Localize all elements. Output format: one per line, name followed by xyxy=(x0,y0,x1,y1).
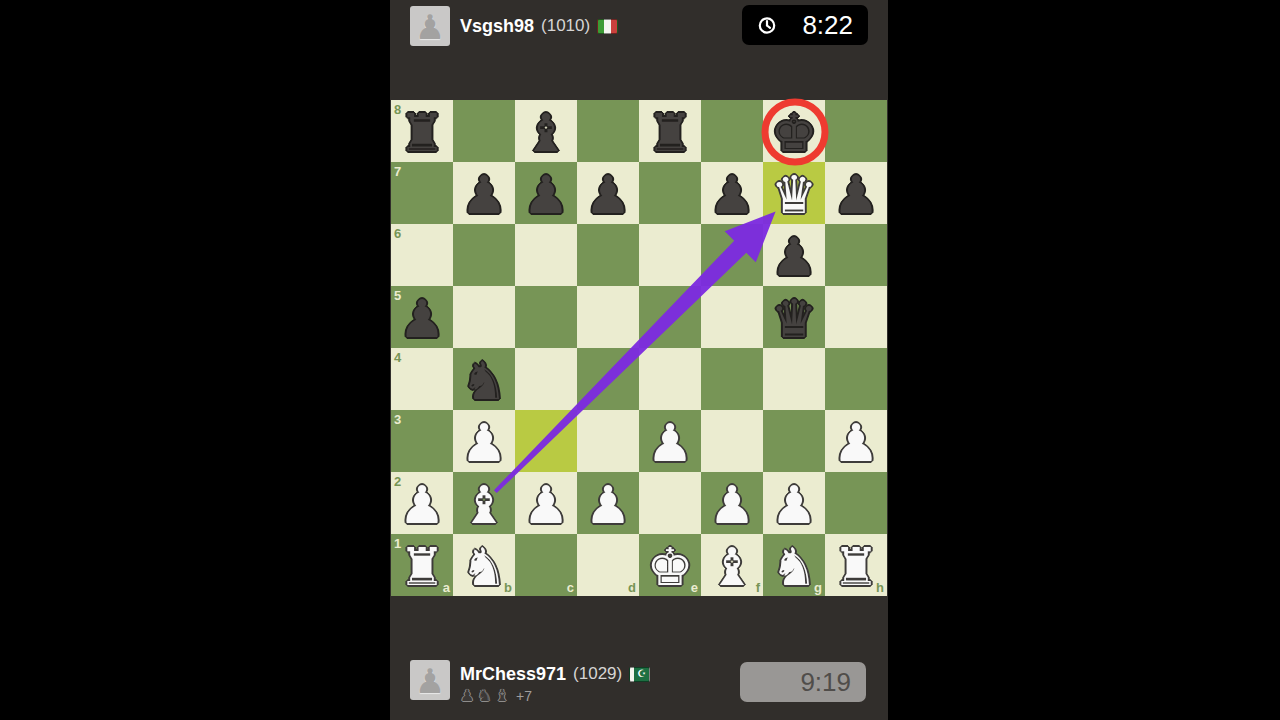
square-f2[interactable]: ♟ xyxy=(701,472,763,534)
piece-wn-b1: ♞ xyxy=(453,534,515,596)
piece-wr-a1: ♜ xyxy=(391,534,453,596)
chess-board: 8♜♝♜♚7♟♟♟♟♛♟6♟5♟♛4♞3♟♟♟2♟♝♟♟♟♟1a♜b♞cde♚f… xyxy=(391,100,887,596)
square-e8[interactable]: ♜ xyxy=(639,100,701,162)
square-a6[interactable]: 6 xyxy=(391,224,453,286)
player-rating: (1029) xyxy=(573,664,622,684)
square-c2[interactable]: ♟ xyxy=(515,472,577,534)
square-g1[interactable]: g♞ xyxy=(763,534,825,596)
square-d7[interactable]: ♟ xyxy=(577,162,639,224)
piece-wr-h1: ♜ xyxy=(825,534,887,596)
captured-piece-icon: ♞ xyxy=(477,687,491,705)
flag-pakistan-icon: ☪ xyxy=(629,667,650,682)
piece-wp-d2: ♟ xyxy=(577,472,639,534)
square-f4[interactable] xyxy=(701,348,763,410)
piece-bp-c7: ♟ xyxy=(515,162,577,224)
screen: ♟ Vsgsh98 (1010) 8:22 8♜♝♜♚7♟♟♟♟♛♟6♟5♟♛4… xyxy=(0,0,1280,720)
square-a2[interactable]: 2♟ xyxy=(391,472,453,534)
file-label-d: d xyxy=(628,580,636,595)
piece-wp-a2: ♟ xyxy=(391,472,453,534)
square-b4[interactable]: ♞ xyxy=(453,348,515,410)
square-g8[interactable]: ♚ xyxy=(763,100,825,162)
square-f3[interactable] xyxy=(701,410,763,472)
captured-piece-icon: ♟ xyxy=(460,687,474,705)
square-h4[interactable] xyxy=(825,348,887,410)
square-g6[interactable]: ♟ xyxy=(763,224,825,286)
square-e1[interactable]: e♚ xyxy=(639,534,701,596)
player-clock: 9:19 xyxy=(740,662,866,702)
square-e5[interactable] xyxy=(639,286,701,348)
square-g3[interactable] xyxy=(763,410,825,472)
piece-bk-g8: ♚ xyxy=(763,100,825,162)
square-f6[interactable] xyxy=(701,224,763,286)
square-g5[interactable]: ♛ xyxy=(763,286,825,348)
piece-bp-d7: ♟ xyxy=(577,162,639,224)
opponent-clock: 8:22 xyxy=(742,5,868,45)
square-c1[interactable]: c xyxy=(515,534,577,596)
square-b6[interactable] xyxy=(453,224,515,286)
square-c8[interactable]: ♝ xyxy=(515,100,577,162)
square-g2[interactable]: ♟ xyxy=(763,472,825,534)
rank-label-4: 4 xyxy=(394,350,401,365)
piece-wb-f1: ♝ xyxy=(701,534,763,596)
piece-bp-a5: ♟ xyxy=(391,286,453,348)
square-a7[interactable]: 7 xyxy=(391,162,453,224)
square-b1[interactable]: b♞ xyxy=(453,534,515,596)
piece-wn-g1: ♞ xyxy=(763,534,825,596)
square-c3[interactable] xyxy=(515,410,577,472)
square-e6[interactable] xyxy=(639,224,701,286)
piece-wp-e3: ♟ xyxy=(639,410,701,472)
square-c6[interactable] xyxy=(515,224,577,286)
avatar-pawn-icon: ♟ xyxy=(415,662,445,700)
square-h3[interactable]: ♟ xyxy=(825,410,887,472)
square-f7[interactable]: ♟ xyxy=(701,162,763,224)
square-b5[interactable] xyxy=(453,286,515,348)
clock-icon xyxy=(757,15,777,35)
piece-wp-f2: ♟ xyxy=(701,472,763,534)
file-label-c: c xyxy=(567,580,574,595)
square-g7[interactable]: ♛ xyxy=(763,162,825,224)
piece-bp-b7: ♟ xyxy=(453,162,515,224)
piece-bp-f7: ♟ xyxy=(701,162,763,224)
piece-bp-g6: ♟ xyxy=(763,224,825,286)
square-b2[interactable]: ♝ xyxy=(453,472,515,534)
piece-bp-h7: ♟ xyxy=(825,162,887,224)
square-h5[interactable] xyxy=(825,286,887,348)
square-e4[interactable] xyxy=(639,348,701,410)
square-b3[interactable]: ♟ xyxy=(453,410,515,472)
piece-wp-b3: ♟ xyxy=(453,410,515,472)
rank-label-3: 3 xyxy=(394,412,401,427)
rank-label-7: 7 xyxy=(394,164,401,179)
square-f5[interactable] xyxy=(701,286,763,348)
opponent-clock-time: 8:22 xyxy=(802,10,853,41)
piece-wk-e1: ♚ xyxy=(639,534,701,596)
square-b7[interactable]: ♟ xyxy=(453,162,515,224)
square-a1[interactable]: 1a♜ xyxy=(391,534,453,596)
piece-wp-c2: ♟ xyxy=(515,472,577,534)
opponent-avatar[interactable]: ♟ xyxy=(410,6,450,46)
square-d6[interactable] xyxy=(577,224,639,286)
square-h1[interactable]: h♜ xyxy=(825,534,887,596)
player-info: MrChess971 (1029) ☪ xyxy=(460,663,650,685)
square-d5[interactable] xyxy=(577,286,639,348)
captured-piece-icon: ♝ xyxy=(495,687,509,705)
square-c7[interactable]: ♟ xyxy=(515,162,577,224)
square-a8[interactable]: 8♜ xyxy=(391,100,453,162)
square-e3[interactable]: ♟ xyxy=(639,410,701,472)
square-d4[interactable] xyxy=(577,348,639,410)
piece-wp-g2: ♟ xyxy=(763,472,825,534)
piece-bb-c8: ♝ xyxy=(515,100,577,162)
square-a4[interactable]: 4 xyxy=(391,348,453,410)
square-d2[interactable]: ♟ xyxy=(577,472,639,534)
square-c5[interactable] xyxy=(515,286,577,348)
piece-br-a8: ♜ xyxy=(391,100,453,162)
square-f8[interactable] xyxy=(701,100,763,162)
square-h7[interactable]: ♟ xyxy=(825,162,887,224)
player-name: MrChess971 xyxy=(460,664,566,685)
piece-bq-g5: ♛ xyxy=(763,286,825,348)
player-clock-time: 9:19 xyxy=(800,667,851,698)
piece-bn-b4: ♞ xyxy=(453,348,515,410)
square-g4[interactable] xyxy=(763,348,825,410)
piece-wb-b2: ♝ xyxy=(453,472,515,534)
square-d8[interactable] xyxy=(577,100,639,162)
piece-wq-g7: ♛ xyxy=(763,162,825,224)
flag-italy-icon xyxy=(597,19,618,34)
rank-label-6: 6 xyxy=(394,226,401,241)
square-a3[interactable]: 3 xyxy=(391,410,453,472)
opponent-info: Vsgsh98 (1010) xyxy=(460,15,618,37)
player-avatar[interactable]: ♟ xyxy=(410,660,450,700)
avatar-pawn-icon: ♟ xyxy=(415,8,445,46)
game-content: ♟ Vsgsh98 (1010) 8:22 8♜♝♜♚7♟♟♟♟♛♟6♟5♟♛4… xyxy=(390,0,888,720)
square-d3[interactable] xyxy=(577,410,639,472)
piece-wp-h3: ♟ xyxy=(825,410,887,472)
square-h6[interactable] xyxy=(825,224,887,286)
piece-br-e8: ♜ xyxy=(639,100,701,162)
square-b8[interactable] xyxy=(453,100,515,162)
square-e7[interactable] xyxy=(639,162,701,224)
opponent-name: Vsgsh98 xyxy=(460,16,534,37)
captured-pieces: ♟♞♝ +7 xyxy=(460,687,532,705)
opponent-rating: (1010) xyxy=(541,16,590,36)
material-advantage: +7 xyxy=(516,688,532,704)
square-f1[interactable]: f♝ xyxy=(701,534,763,596)
square-e2[interactable] xyxy=(639,472,701,534)
square-a5[interactable]: 5♟ xyxy=(391,286,453,348)
square-h8[interactable] xyxy=(825,100,887,162)
square-d1[interactable]: d xyxy=(577,534,639,596)
square-h2[interactable] xyxy=(825,472,887,534)
square-c4[interactable] xyxy=(515,348,577,410)
